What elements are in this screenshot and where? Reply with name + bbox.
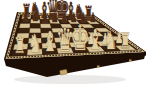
clasp: [60, 69, 68, 75]
piece-black-pawn-a7: ♟: [22, 9, 29, 25]
piece-white-bishop-f1: ♝: [88, 24, 103, 55]
hinge-left: [97, 66, 100, 68]
piece-white-knight-b1: ♞: [28, 29, 42, 58]
piece-white-bishop-c1: ♝: [42, 26, 57, 57]
piece-black-pawn-b7: ♟: [32, 9, 39, 25]
board-shadow: [14, 75, 126, 84]
piece-black-pawn-c7: ♟: [41, 10, 48, 26]
piece-white-knight-g1: ♞: [103, 26, 117, 55]
piece-white-king-e1: ♚: [70, 17, 90, 58]
chess-set-product-photo: ♜♞♝♛♚♝♞♜♟♟♟♟♟♟♟♟♟♟♟♟♟♟♟♟♜♞♝♛♚♝♞♜: [0, 0, 150, 86]
hinge-right: [129, 60, 132, 62]
piece-white-rook-a1: ♜: [14, 32, 26, 57]
piece-white-rook-h1: ♜: [119, 27, 131, 52]
chess-board: ♜♞♝♛♚♝♞♜♟♟♟♟♟♟♟♟♟♟♟♟♟♟♟♟♜♞♝♛♚♝♞♜: [0, 0, 150, 86]
